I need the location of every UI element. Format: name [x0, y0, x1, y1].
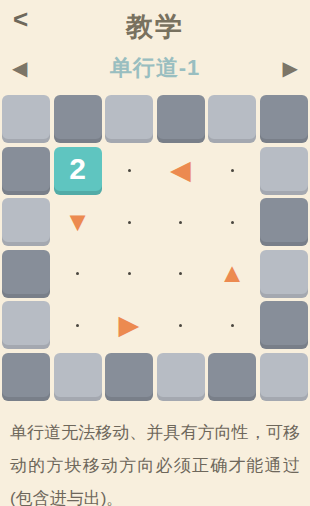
- grid-dot: [179, 272, 182, 275]
- fixed-tile-dark: [54, 95, 102, 143]
- back-button[interactable]: <: [13, 4, 28, 34]
- empty-cell: [105, 147, 153, 195]
- fixed-tile-light: [157, 353, 205, 401]
- grid-dot: [128, 169, 131, 172]
- game-board[interactable]: 2◀▼▲▶: [2, 95, 308, 401]
- empty-cell: [208, 198, 256, 246]
- fixed-tile-dark: [157, 95, 205, 143]
- fixed-tile-light: [260, 147, 308, 195]
- grid-dot: [179, 324, 182, 327]
- fixed-tile-dark: [2, 353, 50, 401]
- movable-tile-2[interactable]: 2: [54, 147, 102, 195]
- one-way-arrow-right-icon: ▶: [105, 301, 153, 349]
- fixed-tile-dark: [260, 198, 308, 246]
- fixed-tile-light: [2, 301, 50, 349]
- fixed-tile-light: [2, 198, 50, 246]
- fixed-tile-light: [260, 250, 308, 298]
- fixed-tile-dark: [260, 95, 308, 143]
- fixed-tile-light: [2, 95, 50, 143]
- grid-dot: [231, 221, 234, 224]
- empty-cell: [157, 250, 205, 298]
- fixed-tile-light: [54, 353, 102, 401]
- grid-dot: [76, 324, 79, 327]
- header: < 教学: [0, 0, 310, 46]
- tutorial-screen: < 教学 ◀ 单行道-1 ▶ 2◀▼▲▶ 单行道无法移动、并具有方向性，可移动的…: [0, 0, 310, 506]
- fixed-tile-dark: [2, 250, 50, 298]
- one-way-arrow-down-icon: ▼: [54, 198, 102, 246]
- grid-dot: [128, 272, 131, 275]
- empty-cell: [54, 301, 102, 349]
- fixed-tile-light: [105, 95, 153, 143]
- level-nav: ◀ 单行道-1 ▶: [0, 53, 310, 83]
- one-way-arrow-left-icon: ◀: [157, 147, 205, 195]
- empty-cell: [157, 198, 205, 246]
- next-level-icon[interactable]: ▶: [283, 58, 298, 78]
- grid-dot: [76, 272, 79, 275]
- fixed-tile-dark: [208, 353, 256, 401]
- fixed-tile-light: [260, 353, 308, 401]
- level-title: 单行道-1: [110, 53, 201, 83]
- one-way-arrow-up-icon: ▲: [208, 250, 256, 298]
- empty-cell: [208, 147, 256, 195]
- empty-cell: [105, 198, 153, 246]
- empty-cell: [105, 250, 153, 298]
- grid-dot: [179, 221, 182, 224]
- rules-text: 单行道无法移动、并具有方向性，可移动的方块移动方向必须正确才能通过(包含进与出)…: [10, 416, 300, 506]
- fixed-tile-dark: [105, 353, 153, 401]
- prev-level-icon[interactable]: ◀: [12, 58, 27, 78]
- fixed-tile-light: [208, 95, 256, 143]
- page-title: 教学: [0, 0, 310, 45]
- grid-dot: [231, 169, 234, 172]
- empty-cell: [54, 250, 102, 298]
- empty-cell: [208, 301, 256, 349]
- fixed-tile-dark: [2, 147, 50, 195]
- fixed-tile-dark: [260, 301, 308, 349]
- grid-dot: [231, 324, 234, 327]
- grid-dot: [128, 221, 131, 224]
- empty-cell: [157, 301, 205, 349]
